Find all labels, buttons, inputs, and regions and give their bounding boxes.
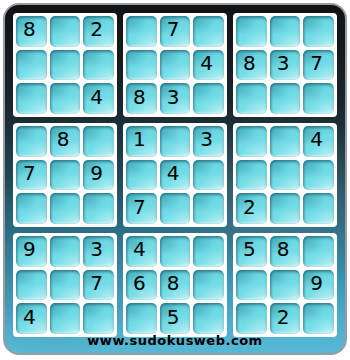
cell-r2c1[interactable] bbox=[16, 50, 47, 81]
cell-value: 4 bbox=[200, 53, 213, 73]
sudoku-box-9: 5892 bbox=[233, 233, 337, 337]
cell-r5c3[interactable]: 9 bbox=[83, 160, 114, 191]
cell-r1c4[interactable] bbox=[126, 16, 157, 47]
cell-r5c2[interactable] bbox=[50, 160, 81, 191]
cell-value: 7 bbox=[23, 163, 36, 183]
cell-r1c6[interactable] bbox=[193, 16, 224, 47]
sudoku-box-3: 837 bbox=[233, 13, 337, 117]
cell-r9c1[interactable]: 4 bbox=[16, 303, 47, 334]
cell-value: 7 bbox=[167, 19, 180, 39]
cell-value: 4 bbox=[310, 129, 323, 149]
cell-r2c6[interactable]: 4 bbox=[193, 50, 224, 81]
cell-r6c4[interactable]: 7 bbox=[126, 193, 157, 224]
cell-r8c2[interactable] bbox=[50, 270, 81, 301]
cell-r7c4[interactable]: 4 bbox=[126, 236, 157, 267]
cell-r2c7[interactable]: 8 bbox=[236, 50, 267, 81]
cell-r4c2[interactable]: 8 bbox=[50, 126, 81, 157]
cell-value: 5 bbox=[243, 239, 256, 259]
cell-value: 8 bbox=[57, 129, 70, 149]
cell-r1c7[interactable] bbox=[236, 16, 267, 47]
cell-r1c8[interactable] bbox=[270, 16, 301, 47]
cell-r3c9[interactable] bbox=[303, 83, 334, 114]
cell-value: 3 bbox=[200, 129, 213, 149]
cell-r7c2[interactable] bbox=[50, 236, 81, 267]
cell-r1c9[interactable] bbox=[303, 16, 334, 47]
cell-value: 4 bbox=[167, 163, 180, 183]
cell-value: 9 bbox=[310, 273, 323, 293]
sudoku-box-4: 879 bbox=[13, 123, 117, 227]
cell-value: 8 bbox=[243, 53, 256, 73]
cell-value: 4 bbox=[90, 87, 103, 107]
cell-value: 4 bbox=[133, 239, 146, 259]
cell-value: 7 bbox=[133, 197, 146, 217]
cell-value: 1 bbox=[133, 129, 146, 149]
cell-r8c7[interactable] bbox=[236, 270, 267, 301]
cell-r3c3[interactable]: 4 bbox=[83, 83, 114, 114]
sudoku-box-8: 4685 bbox=[123, 233, 227, 337]
cell-r3c5[interactable]: 3 bbox=[160, 83, 191, 114]
site-url[interactable]: www.sudokusweb.com bbox=[87, 333, 262, 348]
cell-value: 9 bbox=[23, 239, 36, 259]
cell-r7c5[interactable] bbox=[160, 236, 191, 267]
cell-value: 8 bbox=[167, 273, 180, 293]
cell-r7c7[interactable]: 5 bbox=[236, 236, 267, 267]
cell-value: 2 bbox=[90, 19, 103, 39]
cell-r1c2[interactable] bbox=[50, 16, 81, 47]
cell-r8c9[interactable]: 9 bbox=[303, 270, 334, 301]
sudoku-box-7: 9374 bbox=[13, 233, 117, 337]
cell-r5c5[interactable]: 4 bbox=[160, 160, 191, 191]
cell-r9c2[interactable] bbox=[50, 303, 81, 334]
cell-value: 7 bbox=[310, 53, 323, 73]
cell-r3c6[interactable] bbox=[193, 83, 224, 114]
cell-r4c3[interactable] bbox=[83, 126, 114, 157]
cell-r9c8[interactable]: 2 bbox=[270, 303, 301, 334]
cell-r9c9[interactable] bbox=[303, 303, 334, 334]
cell-value: 3 bbox=[167, 87, 180, 107]
cell-r6c6[interactable] bbox=[193, 193, 224, 224]
cell-r4c6[interactable]: 3 bbox=[193, 126, 224, 157]
cell-r8c5[interactable]: 8 bbox=[160, 270, 191, 301]
cell-r9c4[interactable] bbox=[126, 303, 157, 334]
cell-r1c1[interactable]: 8 bbox=[16, 16, 47, 47]
cell-r3c7[interactable] bbox=[236, 83, 267, 114]
cell-value: 5 bbox=[167, 307, 180, 327]
cell-r9c7[interactable] bbox=[236, 303, 267, 334]
cell-r9c3[interactable] bbox=[83, 303, 114, 334]
cell-value: 3 bbox=[277, 53, 290, 73]
cell-r2c2[interactable] bbox=[50, 50, 81, 81]
cell-r4c8[interactable] bbox=[270, 126, 301, 157]
cell-r4c4[interactable]: 1 bbox=[126, 126, 157, 157]
sudoku-box-2: 7483 bbox=[123, 13, 227, 117]
cell-r4c7[interactable] bbox=[236, 126, 267, 157]
cell-r7c9[interactable] bbox=[303, 236, 334, 267]
cell-r6c3[interactable] bbox=[83, 193, 114, 224]
cell-r8c4[interactable]: 6 bbox=[126, 270, 157, 301]
sudoku-box-1: 824 bbox=[13, 13, 117, 117]
cell-r5c8[interactable] bbox=[270, 160, 301, 191]
cell-r7c1[interactable]: 9 bbox=[16, 236, 47, 267]
cell-r2c4[interactable] bbox=[126, 50, 157, 81]
cell-r2c3[interactable] bbox=[83, 50, 114, 81]
cell-r6c1[interactable] bbox=[16, 193, 47, 224]
cell-r4c9[interactable]: 4 bbox=[303, 126, 334, 157]
cell-r8c6[interactable] bbox=[193, 270, 224, 301]
cell-r1c3[interactable]: 2 bbox=[83, 16, 114, 47]
cell-value: 6 bbox=[133, 273, 146, 293]
cell-r5c4[interactable] bbox=[126, 160, 157, 191]
cell-r5c9[interactable] bbox=[303, 160, 334, 191]
sudoku-board: 824 7483 837 879 1347 42 9374 4685 5892 bbox=[13, 13, 337, 337]
cell-r5c6[interactable] bbox=[193, 160, 224, 191]
board-frame: 824 7483 837 879 1347 42 9374 4685 5892 … bbox=[3, 3, 347, 355]
cell-r3c8[interactable] bbox=[270, 83, 301, 114]
cell-r7c6[interactable] bbox=[193, 236, 224, 267]
cell-r4c1[interactable] bbox=[16, 126, 47, 157]
cell-value: 4 bbox=[23, 307, 36, 327]
cell-value: 9 bbox=[90, 163, 103, 183]
footer: www.sudokusweb.com bbox=[5, 331, 345, 348]
cell-value: 7 bbox=[90, 273, 103, 293]
cell-value: 2 bbox=[277, 307, 290, 327]
cell-value: 3 bbox=[90, 239, 103, 259]
cell-r3c4[interactable]: 8 bbox=[126, 83, 157, 114]
cell-r9c6[interactable] bbox=[193, 303, 224, 334]
cell-r7c8[interactable]: 8 bbox=[270, 236, 301, 267]
cell-r2c5[interactable] bbox=[160, 50, 191, 81]
sudoku-box-6: 42 bbox=[233, 123, 337, 227]
cell-r5c1[interactable]: 7 bbox=[16, 160, 47, 191]
cell-value: 2 bbox=[243, 197, 256, 217]
cell-r4c5[interactable] bbox=[160, 126, 191, 157]
cell-r6c5[interactable] bbox=[160, 193, 191, 224]
cell-r1c5[interactable]: 7 bbox=[160, 16, 191, 47]
cell-r8c3[interactable]: 7 bbox=[83, 270, 114, 301]
cell-value: 8 bbox=[23, 19, 36, 39]
cell-r6c9[interactable] bbox=[303, 193, 334, 224]
sudoku-box-5: 1347 bbox=[123, 123, 227, 227]
cell-r9c5[interactable]: 5 bbox=[160, 303, 191, 334]
cell-r6c2[interactable] bbox=[50, 193, 81, 224]
cell-r8c8[interactable] bbox=[270, 270, 301, 301]
cell-r2c9[interactable]: 7 bbox=[303, 50, 334, 81]
cell-value: 8 bbox=[277, 239, 290, 259]
cell-r8c1[interactable] bbox=[16, 270, 47, 301]
cell-r3c1[interactable] bbox=[16, 83, 47, 114]
cell-r5c7[interactable] bbox=[236, 160, 267, 191]
cell-r6c8[interactable] bbox=[270, 193, 301, 224]
cell-r7c3[interactable]: 3 bbox=[83, 236, 114, 267]
cell-r2c8[interactable]: 3 bbox=[270, 50, 301, 81]
cell-r3c2[interactable] bbox=[50, 83, 81, 114]
page: 824 7483 837 879 1347 42 9374 4685 5892 … bbox=[0, 0, 350, 360]
cell-value: 8 bbox=[133, 87, 146, 107]
cell-r6c7[interactable]: 2 bbox=[236, 193, 267, 224]
